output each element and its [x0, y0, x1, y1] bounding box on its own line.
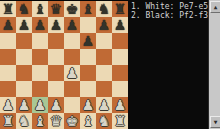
square-h6[interactable] — [112, 33, 128, 49]
piece-white-rook: ♜ — [114, 113, 127, 129]
square-f6[interactable]: ♟ — [80, 33, 96, 49]
square-e3[interactable] — [64, 81, 80, 97]
square-c5[interactable] — [32, 49, 48, 65]
move-list-panel: 1. White: Pe7-e52. Black: Pf2-f3 — [128, 0, 208, 129]
square-h4[interactable] — [112, 65, 128, 81]
piece-white-pawn: ♟ — [18, 97, 31, 113]
square-c4[interactable] — [32, 65, 48, 81]
piece-black-knight: ♞ — [98, 1, 111, 17]
square-h2[interactable]: ♟ — [112, 97, 128, 113]
square-f2[interactable]: ♟ — [80, 97, 96, 113]
square-c3[interactable] — [32, 81, 48, 97]
square-h5[interactable] — [112, 49, 128, 65]
square-d6[interactable] — [48, 33, 64, 49]
square-d5[interactable] — [48, 49, 64, 65]
piece-white-knight: ♞ — [18, 113, 31, 129]
piece-white-pawn: ♟ — [50, 97, 63, 113]
scroll-down-button[interactable]: ▼ — [210, 116, 220, 128]
square-c8[interactable]: ♝ — [32, 1, 48, 17]
piece-white-bishop: ♝ — [34, 113, 47, 129]
piece-black-bishop: ♝ — [82, 1, 95, 17]
square-d3[interactable] — [48, 81, 64, 97]
square-e7[interactable]: ♟ — [64, 17, 80, 33]
square-a4[interactable] — [0, 65, 16, 81]
piece-black-pawn: ♟ — [18, 17, 31, 33]
scrollbar[interactable]: ▲ ▼ — [208, 0, 220, 129]
square-g3[interactable] — [96, 81, 112, 97]
piece-white-pawn: ♟ — [66, 65, 79, 81]
square-a8[interactable]: ♜ — [0, 1, 16, 17]
square-b3[interactable] — [16, 81, 32, 97]
square-f8[interactable]: ♝ — [80, 1, 96, 17]
square-b6[interactable] — [16, 33, 32, 49]
square-e1[interactable]: ♚ — [64, 113, 80, 129]
scroll-up-button[interactable]: ▲ — [210, 1, 220, 13]
square-a5[interactable] — [0, 49, 16, 65]
square-g7[interactable]: ♟ — [96, 17, 112, 33]
square-h8[interactable]: ♜ — [112, 1, 128, 17]
piece-black-pawn: ♟ — [82, 33, 95, 49]
square-e5[interactable] — [64, 49, 80, 65]
piece-black-pawn: ♟ — [98, 17, 111, 33]
square-c1[interactable]: ♝ — [32, 113, 48, 129]
square-d8[interactable]: ♛ — [48, 1, 64, 17]
square-b1[interactable]: ♞ — [16, 113, 32, 129]
square-b7[interactable]: ♟ — [16, 17, 32, 33]
square-g1[interactable]: ♞ — [96, 113, 112, 129]
piece-black-rook: ♜ — [2, 1, 15, 17]
square-f3[interactable] — [80, 81, 96, 97]
piece-white-knight: ♞ — [98, 113, 111, 129]
piece-black-queen: ♛ — [50, 1, 63, 17]
square-b2[interactable]: ♟ — [16, 97, 32, 113]
move-entry[interactable]: 1. White: Pe7-e5 — [131, 2, 208, 11]
piece-black-king: ♚ — [66, 1, 79, 17]
scrollbar-track[interactable] — [209, 13, 220, 116]
square-a1[interactable]: ♜ — [0, 113, 16, 129]
square-a6[interactable] — [0, 33, 16, 49]
square-h7[interactable]: ♟ — [112, 17, 128, 33]
square-f1[interactable]: ♝ — [80, 113, 96, 129]
square-e8[interactable]: ♚ — [64, 1, 80, 17]
square-a3[interactable] — [0, 81, 16, 97]
square-g5[interactable] — [96, 49, 112, 65]
square-e6[interactable] — [64, 33, 80, 49]
square-b8[interactable]: ♞ — [16, 1, 32, 17]
square-d7[interactable]: ♟ — [48, 17, 64, 33]
square-a2[interactable]: ♟ — [0, 97, 16, 113]
square-g8[interactable]: ♞ — [96, 1, 112, 17]
square-d4[interactable] — [48, 65, 64, 81]
piece-white-pawn: ♟ — [114, 97, 127, 113]
chess-board: ♜♞♝♛♚♝♞♜♟♟♟♟♟♟♟♟♟♟♟♟♟♟♟♟♜♞♝♛♚♝♞♜ — [0, 1, 128, 129]
piece-black-pawn: ♟ — [50, 17, 63, 33]
square-b5[interactable] — [16, 49, 32, 65]
piece-white-rook: ♜ — [2, 113, 15, 129]
piece-white-pawn: ♟ — [34, 97, 47, 113]
piece-black-bishop: ♝ — [34, 1, 47, 17]
square-c7[interactable]: ♟ — [32, 17, 48, 33]
piece-black-pawn: ♟ — [2, 17, 15, 33]
square-f7[interactable] — [80, 17, 96, 33]
move-list: 1. White: Pe7-e52. Black: Pf2-f3 — [131, 2, 208, 20]
piece-black-pawn: ♟ — [66, 17, 79, 33]
square-d1[interactable]: ♛ — [48, 113, 64, 129]
down-arrow-icon: ▼ — [214, 119, 218, 125]
square-h1[interactable]: ♜ — [112, 113, 128, 129]
piece-white-king: ♚ — [66, 113, 79, 129]
piece-white-bishop: ♝ — [82, 113, 95, 129]
piece-white-pawn: ♟ — [98, 97, 111, 113]
square-b4[interactable] — [16, 65, 32, 81]
square-a7[interactable]: ♟ — [0, 17, 16, 33]
square-c2[interactable]: ♟ — [32, 97, 48, 113]
piece-black-pawn: ♟ — [114, 17, 127, 33]
piece-white-pawn: ♟ — [2, 97, 15, 113]
square-d2[interactable]: ♟ — [48, 97, 64, 113]
piece-white-pawn: ♟ — [82, 97, 95, 113]
piece-black-knight: ♞ — [18, 1, 31, 17]
up-arrow-icon: ▲ — [214, 4, 218, 10]
square-g6[interactable] — [96, 33, 112, 49]
square-e4[interactable]: ♟ — [64, 65, 80, 81]
piece-white-queen: ♛ — [50, 113, 63, 129]
square-c6[interactable] — [32, 33, 48, 49]
square-g2[interactable]: ♟ — [96, 97, 112, 113]
move-entry[interactable]: 2. Black: Pf2-f3 — [131, 11, 208, 20]
square-f5[interactable] — [80, 49, 96, 65]
square-g4[interactable] — [96, 65, 112, 81]
square-f4[interactable] — [80, 65, 96, 81]
piece-black-pawn: ♟ — [34, 17, 47, 33]
square-e2[interactable] — [64, 97, 80, 113]
chess-app-window: ♜♞♝♛♚♝♞♜♟♟♟♟♟♟♟♟♟♟♟♟♟♟♟♟♜♞♝♛♚♝♞♜ 1. Whit… — [0, 0, 220, 129]
piece-black-rook: ♜ — [114, 1, 127, 17]
square-h3[interactable] — [112, 81, 128, 97]
